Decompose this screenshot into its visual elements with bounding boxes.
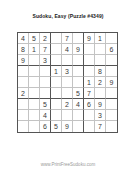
cell-r3c4[interactable] bbox=[51, 55, 62, 66]
cell-r9c4: 5 bbox=[51, 121, 62, 132]
cell-r5c7: 1 bbox=[84, 77, 95, 88]
cell-r9c5: 9 bbox=[62, 121, 73, 132]
cell-r4c7[interactable] bbox=[84, 66, 95, 77]
cell-r8c8: 3 bbox=[95, 110, 106, 121]
cell-r6c1: 2 bbox=[18, 88, 29, 99]
cell-r3c3: 3 bbox=[40, 55, 51, 66]
cell-r4c4: 1 bbox=[51, 66, 62, 77]
cell-r5c1[interactable] bbox=[18, 77, 29, 88]
cell-r2c1: 8 bbox=[18, 44, 29, 55]
cell-r1c9[interactable] bbox=[106, 33, 117, 44]
cell-r1c8: 1 bbox=[95, 33, 106, 44]
cell-r4c5: 3 bbox=[62, 66, 73, 77]
cell-r4c2[interactable] bbox=[29, 66, 40, 77]
cell-r8c2[interactable] bbox=[29, 110, 40, 121]
cell-r2c5: 4 bbox=[62, 44, 73, 55]
cell-r6c7: 7 bbox=[84, 88, 95, 99]
cell-r8c4[interactable] bbox=[51, 110, 62, 121]
sudoku-grid: 4527918174969313812925752469436597 bbox=[17, 32, 118, 133]
cell-r5c6[interactable] bbox=[73, 77, 84, 88]
footer-url: www.PrintFreeSudoku.com bbox=[0, 162, 136, 167]
cell-r3c6[interactable] bbox=[73, 55, 84, 66]
cell-r5c8: 2 bbox=[95, 77, 106, 88]
cell-r9c6[interactable] bbox=[73, 121, 84, 132]
cell-r4c9[interactable] bbox=[106, 66, 117, 77]
cell-r1c5: 7 bbox=[62, 33, 73, 44]
cell-r8c7[interactable] bbox=[84, 110, 95, 121]
cell-r7c3: 5 bbox=[40, 99, 51, 110]
cell-r6c2[interactable] bbox=[29, 88, 40, 99]
cell-r8c6[interactable] bbox=[73, 110, 84, 121]
cell-r5c2[interactable] bbox=[29, 77, 40, 88]
cell-r2c9: 6 bbox=[106, 44, 117, 55]
cell-r1c6[interactable] bbox=[73, 33, 84, 44]
cell-r9c1[interactable] bbox=[18, 121, 29, 132]
cell-r1c4[interactable] bbox=[51, 33, 62, 44]
cell-r2c3: 7 bbox=[40, 44, 51, 55]
cell-r9c8: 7 bbox=[95, 121, 106, 132]
cell-r6c4[interactable] bbox=[51, 88, 62, 99]
cell-r1c2: 5 bbox=[29, 33, 40, 44]
cell-r4c8: 8 bbox=[95, 66, 106, 77]
cell-r2c8[interactable] bbox=[95, 44, 106, 55]
cell-r9c2[interactable] bbox=[29, 121, 40, 132]
page-title: Sudoku, Easy (Puzzle #4349) bbox=[0, 13, 136, 19]
cell-r7c5: 2 bbox=[62, 99, 73, 110]
cell-r1c7: 9 bbox=[84, 33, 95, 44]
cell-r4c1[interactable] bbox=[18, 66, 29, 77]
cell-r7c4[interactable] bbox=[51, 99, 62, 110]
cell-r2c2: 1 bbox=[29, 44, 40, 55]
cell-r8c3: 4 bbox=[40, 110, 51, 121]
cell-r1c1: 4 bbox=[18, 33, 29, 44]
cell-r7c8: 9 bbox=[95, 99, 106, 110]
cell-r9c3: 6 bbox=[40, 121, 51, 132]
cell-r6c5[interactable] bbox=[62, 88, 73, 99]
cell-r6c3[interactable] bbox=[40, 88, 51, 99]
cell-r3c9[interactable] bbox=[106, 55, 117, 66]
cell-r2c7[interactable] bbox=[84, 44, 95, 55]
cell-r3c2[interactable] bbox=[29, 55, 40, 66]
cell-r4c6[interactable] bbox=[73, 66, 84, 77]
cell-r8c9[interactable] bbox=[106, 110, 117, 121]
cell-r7c7: 6 bbox=[84, 99, 95, 110]
cell-r3c8[interactable] bbox=[95, 55, 106, 66]
cell-r9c7[interactable] bbox=[84, 121, 95, 132]
cell-r9c9[interactable] bbox=[106, 121, 117, 132]
cell-r3c7[interactable] bbox=[84, 55, 95, 66]
cell-r5c9: 9 bbox=[106, 77, 117, 88]
cell-r8c5[interactable] bbox=[62, 110, 73, 121]
cell-r7c9[interactable] bbox=[106, 99, 117, 110]
cell-r6c8[interactable] bbox=[95, 88, 106, 99]
cell-r6c9[interactable] bbox=[106, 88, 117, 99]
cell-r5c5[interactable] bbox=[62, 77, 73, 88]
cell-r7c1[interactable] bbox=[18, 99, 29, 110]
cell-r5c4[interactable] bbox=[51, 77, 62, 88]
cell-r3c5[interactable] bbox=[62, 55, 73, 66]
cell-r7c2[interactable] bbox=[29, 99, 40, 110]
cell-r5c3[interactable] bbox=[40, 77, 51, 88]
cell-r2c4[interactable] bbox=[51, 44, 62, 55]
cell-r1c3: 2 bbox=[40, 33, 51, 44]
cell-r6c6: 5 bbox=[73, 88, 84, 99]
cell-r7c6: 4 bbox=[73, 99, 84, 110]
cell-r3c1: 9 bbox=[18, 55, 29, 66]
cell-r4c3[interactable] bbox=[40, 66, 51, 77]
cell-r2c6: 9 bbox=[73, 44, 84, 55]
cell-r8c1[interactable] bbox=[18, 110, 29, 121]
